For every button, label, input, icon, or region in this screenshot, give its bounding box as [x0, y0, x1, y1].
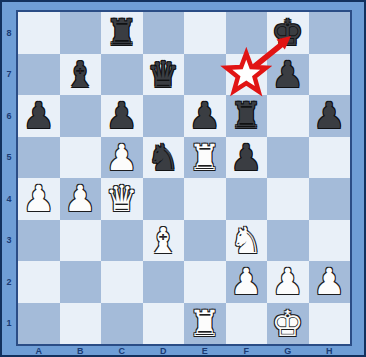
- chess-board[interactable]: ♜♚♝♛♟♟♟♟♜♟♟♞♜♟♟♟♛♝♞♟♟♟♜♚: [16, 10, 352, 346]
- square-f1[interactable]: [226, 303, 268, 345]
- square-c3[interactable]: [101, 220, 143, 262]
- file-label-d: D: [143, 347, 185, 356]
- piece-bR-f6[interactable]: ♜: [226, 95, 268, 137]
- square-h7[interactable]: [309, 54, 351, 96]
- square-c1[interactable]: [101, 303, 143, 345]
- piece-wK-g1[interactable]: ♚: [267, 303, 309, 345]
- square-d1[interactable]: [143, 303, 185, 345]
- square-h5[interactable]: [309, 137, 351, 179]
- file-label-h: H: [309, 347, 351, 356]
- piece-wP-c5[interactable]: ♟: [101, 137, 143, 179]
- square-f3[interactable]: ♞: [226, 220, 268, 262]
- square-a2[interactable]: [18, 261, 60, 303]
- square-g3[interactable]: [267, 220, 309, 262]
- piece-bP-h6[interactable]: ♟: [309, 95, 351, 137]
- piece-wP-b4[interactable]: ♟: [60, 178, 102, 220]
- square-b3[interactable]: [60, 220, 102, 262]
- square-g6[interactable]: [267, 95, 309, 137]
- square-e6[interactable]: ♟: [184, 95, 226, 137]
- piece-wP-h2[interactable]: ♟: [309, 261, 351, 303]
- file-label-g: G: [267, 347, 309, 356]
- square-b4[interactable]: ♟: [60, 178, 102, 220]
- square-b2[interactable]: [60, 261, 102, 303]
- square-g1[interactable]: ♚: [267, 303, 309, 345]
- square-d3[interactable]: ♝: [143, 220, 185, 262]
- square-g5[interactable]: [267, 137, 309, 179]
- square-a4[interactable]: ♟: [18, 178, 60, 220]
- square-h8[interactable]: [309, 12, 351, 54]
- square-e8[interactable]: [184, 12, 226, 54]
- square-b6[interactable]: [60, 95, 102, 137]
- rank-label-3: 3: [2, 220, 16, 262]
- square-d2[interactable]: [143, 261, 185, 303]
- square-a3[interactable]: [18, 220, 60, 262]
- file-label-f: F: [226, 347, 268, 356]
- square-b5[interactable]: [60, 137, 102, 179]
- square-e3[interactable]: [184, 220, 226, 262]
- piece-bP-e6[interactable]: ♟: [184, 95, 226, 137]
- square-a5[interactable]: [18, 137, 60, 179]
- square-c6[interactable]: ♟: [101, 95, 143, 137]
- square-f7[interactable]: [226, 54, 268, 96]
- piece-bP-g7[interactable]: ♟: [267, 54, 309, 96]
- square-f2[interactable]: ♟: [226, 261, 268, 303]
- rank-label-4: 4: [2, 178, 16, 220]
- square-d5[interactable]: ♞: [143, 137, 185, 179]
- square-a6[interactable]: ♟: [18, 95, 60, 137]
- piece-wR-e5[interactable]: ♜: [184, 137, 226, 179]
- chessboard-frame: 87654321 ♜♚♝♛♟♟♟♟♜♟♟♞♜♟♟♟♛♝♞♟♟♟♜♚ ABCDEF…: [0, 0, 366, 357]
- piece-bP-c6[interactable]: ♟: [101, 95, 143, 137]
- rank-label-6: 6: [2, 95, 16, 137]
- square-c7[interactable]: [101, 54, 143, 96]
- square-d4[interactable]: [143, 178, 185, 220]
- piece-wQ-c4[interactable]: ♛: [101, 178, 143, 220]
- square-h3[interactable]: [309, 220, 351, 262]
- square-f4[interactable]: [226, 178, 268, 220]
- square-h6[interactable]: ♟: [309, 95, 351, 137]
- piece-wP-a4[interactable]: ♟: [18, 178, 60, 220]
- piece-wP-f2[interactable]: ♟: [226, 261, 268, 303]
- square-d7[interactable]: ♛: [143, 54, 185, 96]
- square-b1[interactable]: [60, 303, 102, 345]
- file-labels: ABCDEFGH: [18, 347, 350, 356]
- square-e7[interactable]: [184, 54, 226, 96]
- piece-wN-f3[interactable]: ♞: [226, 220, 268, 262]
- square-g7[interactable]: ♟: [267, 54, 309, 96]
- square-g8[interactable]: ♚: [267, 12, 309, 54]
- square-f6[interactable]: ♜: [226, 95, 268, 137]
- square-f8[interactable]: [226, 12, 268, 54]
- square-e4[interactable]: [184, 178, 226, 220]
- file-label-b: B: [60, 347, 102, 356]
- square-c5[interactable]: ♟: [101, 137, 143, 179]
- piece-wR-e1[interactable]: ♜: [184, 303, 226, 345]
- square-a7[interactable]: [18, 54, 60, 96]
- piece-bR-c8[interactable]: ♜: [101, 12, 143, 54]
- piece-bP-f5[interactable]: ♟: [226, 137, 268, 179]
- rank-label-1: 1: [2, 303, 16, 345]
- piece-wB-d3[interactable]: ♝: [143, 220, 185, 262]
- square-b8[interactable]: [60, 12, 102, 54]
- rank-label-8: 8: [2, 12, 16, 54]
- piece-bK-g8[interactable]: ♚: [267, 12, 309, 54]
- square-c4[interactable]: ♛: [101, 178, 143, 220]
- square-c2[interactable]: [101, 261, 143, 303]
- piece-bQ-d7[interactable]: ♛: [143, 54, 185, 96]
- rank-labels: 87654321: [2, 12, 16, 344]
- square-h2[interactable]: ♟: [309, 261, 351, 303]
- rank-label-5: 5: [2, 137, 16, 179]
- square-h1[interactable]: [309, 303, 351, 345]
- square-a8[interactable]: [18, 12, 60, 54]
- square-e1[interactable]: ♜: [184, 303, 226, 345]
- square-e2[interactable]: [184, 261, 226, 303]
- rank-label-7: 7: [2, 54, 16, 96]
- square-b7[interactable]: ♝: [60, 54, 102, 96]
- file-label-c: C: [101, 347, 143, 356]
- square-g4[interactable]: [267, 178, 309, 220]
- piece-bB-b7[interactable]: ♝: [60, 54, 102, 96]
- piece-bP-a6[interactable]: ♟: [18, 95, 60, 137]
- square-c8[interactable]: ♜: [101, 12, 143, 54]
- square-g2[interactable]: ♟: [267, 261, 309, 303]
- square-e5[interactable]: ♜: [184, 137, 226, 179]
- piece-wP-g2[interactable]: ♟: [267, 261, 309, 303]
- square-f5[interactable]: ♟: [226, 137, 268, 179]
- piece-bN-d5[interactable]: ♞: [143, 137, 185, 179]
- square-h4[interactable]: [309, 178, 351, 220]
- square-d6[interactable]: [143, 95, 185, 137]
- file-label-e: E: [184, 347, 226, 356]
- square-d8[interactable]: [143, 12, 185, 54]
- square-a1[interactable]: [18, 303, 60, 345]
- file-label-a: A: [18, 347, 60, 356]
- rank-label-2: 2: [2, 261, 16, 303]
